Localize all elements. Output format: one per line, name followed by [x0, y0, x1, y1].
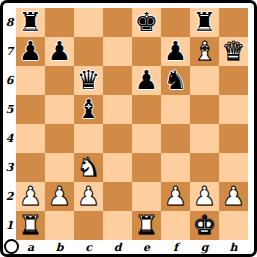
rank-label-8: 8 — [3, 8, 16, 37]
square-f4[interactable] — [161, 124, 190, 153]
square-h5[interactable] — [219, 95, 248, 124]
square-d5[interactable] — [103, 95, 132, 124]
white-pawn: ♟ — [48, 182, 71, 211]
square-b5[interactable] — [45, 95, 74, 124]
square-e5[interactable] — [132, 95, 161, 124]
black-pawn: ♟ — [164, 37, 187, 66]
square-g3[interactable] — [190, 153, 219, 182]
file-label-g: g — [190, 240, 219, 254]
square-g6[interactable] — [190, 66, 219, 95]
square-b2[interactable]: ♟ — [45, 182, 74, 211]
file-label-d: d — [103, 240, 132, 254]
file-label-f: f — [161, 240, 190, 254]
square-c3[interactable]: ♞ — [74, 153, 103, 182]
white-bishop: ♝ — [193, 37, 216, 66]
white-rook: ♜ — [135, 211, 158, 240]
square-h7[interactable]: ♛ — [219, 37, 248, 66]
square-e1[interactable]: ♜ — [132, 211, 161, 240]
square-d7[interactable] — [103, 37, 132, 66]
square-c4[interactable] — [74, 124, 103, 153]
square-h8[interactable] — [219, 8, 248, 37]
square-f5[interactable] — [161, 95, 190, 124]
black-knight: ♞ — [164, 66, 187, 95]
file-label-c: c — [74, 240, 103, 254]
square-g7[interactable]: ♝ — [190, 37, 219, 66]
file-label-b: b — [45, 240, 74, 254]
rank-label-1: 1 — [3, 211, 16, 240]
white-pawn: ♟ — [164, 182, 187, 211]
square-d3[interactable] — [103, 153, 132, 182]
black-queen: ♛ — [77, 66, 100, 95]
square-h4[interactable] — [219, 124, 248, 153]
rank-label-6: 6 — [3, 66, 16, 95]
square-g4[interactable] — [190, 124, 219, 153]
square-a4[interactable] — [16, 124, 45, 153]
rank-label-3: 3 — [3, 153, 16, 182]
white-pawn: ♟ — [19, 182, 42, 211]
black-bishop: ♝ — [77, 95, 100, 124]
square-h2[interactable]: ♟ — [219, 182, 248, 211]
square-a6[interactable] — [16, 66, 45, 95]
square-h3[interactable] — [219, 153, 248, 182]
black-king: ♚ — [135, 8, 158, 37]
file-label-e: e — [132, 240, 161, 254]
black-pawn: ♟ — [19, 37, 42, 66]
rank-label-7: 7 — [3, 37, 16, 66]
square-d1[interactable] — [103, 211, 132, 240]
square-d6[interactable] — [103, 66, 132, 95]
square-b7[interactable]: ♟ — [45, 37, 74, 66]
black-pawn: ♟ — [135, 66, 158, 95]
file-label-h: h — [219, 240, 248, 254]
square-g5[interactable] — [190, 95, 219, 124]
square-b3[interactable] — [45, 153, 74, 182]
square-f2[interactable]: ♟ — [161, 182, 190, 211]
square-c1[interactable] — [74, 211, 103, 240]
square-a1[interactable]: ♜ — [16, 211, 45, 240]
file-label-a: a — [16, 240, 45, 254]
square-e4[interactable] — [132, 124, 161, 153]
square-e2[interactable] — [132, 182, 161, 211]
square-b1[interactable] — [45, 211, 74, 240]
board: ♜♚♜♟♟♟♝♛♛♟♞♝♞♟♟♟♟♟♟♜♜♚ — [16, 8, 248, 240]
rank-label-2: 2 — [3, 182, 16, 211]
white-pawn: ♟ — [222, 182, 245, 211]
square-e6[interactable]: ♟ — [132, 66, 161, 95]
square-c5[interactable]: ♝ — [74, 95, 103, 124]
square-b6[interactable] — [45, 66, 74, 95]
square-f1[interactable] — [161, 211, 190, 240]
square-g8[interactable]: ♜ — [190, 8, 219, 37]
square-a7[interactable]: ♟ — [16, 37, 45, 66]
square-a5[interactable] — [16, 95, 45, 124]
square-f7[interactable]: ♟ — [161, 37, 190, 66]
square-d4[interactable] — [103, 124, 132, 153]
square-f8[interactable] — [161, 8, 190, 37]
square-e8[interactable]: ♚ — [132, 8, 161, 37]
white-to-move-indicator — [4, 239, 19, 254]
square-e7[interactable] — [132, 37, 161, 66]
square-b4[interactable] — [45, 124, 74, 153]
black-pawn: ♟ — [48, 37, 71, 66]
rank-label-4: 4 — [3, 124, 16, 153]
white-knight: ♞ — [77, 153, 100, 182]
square-a3[interactable] — [16, 153, 45, 182]
square-h6[interactable] — [219, 66, 248, 95]
square-d8[interactable] — [103, 8, 132, 37]
square-f3[interactable] — [161, 153, 190, 182]
square-a8[interactable]: ♜ — [16, 8, 45, 37]
square-h1[interactable] — [219, 211, 248, 240]
white-pawn: ♟ — [77, 182, 100, 211]
square-b8[interactable] — [45, 8, 74, 37]
black-rook: ♜ — [193, 8, 216, 37]
square-a2[interactable]: ♟ — [16, 182, 45, 211]
square-c6[interactable]: ♛ — [74, 66, 103, 95]
white-pawn: ♟ — [193, 182, 216, 211]
square-c2[interactable]: ♟ — [74, 182, 103, 211]
white-queen: ♛ — [222, 37, 245, 66]
square-e3[interactable] — [132, 153, 161, 182]
square-c8[interactable] — [74, 8, 103, 37]
square-g1[interactable]: ♚ — [190, 211, 219, 240]
square-f6[interactable]: ♞ — [161, 66, 190, 95]
rank-label-5: 5 — [3, 95, 16, 124]
square-c7[interactable] — [74, 37, 103, 66]
square-d2[interactable] — [103, 182, 132, 211]
white-king: ♚ — [193, 211, 216, 240]
black-rook: ♜ — [19, 8, 42, 37]
square-g2[interactable]: ♟ — [190, 182, 219, 211]
white-rook: ♜ — [19, 211, 42, 240]
chess-diagram: ♜♚♜♟♟♟♝♛♛♟♞♝♞♟♟♟♟♟♟♜♜♚ 87654321abcdefgh — [0, 0, 257, 257]
